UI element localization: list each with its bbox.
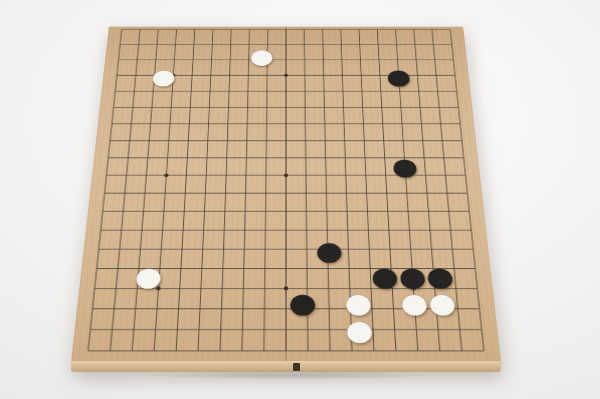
stone-black[interactable]: ● — [425, 263, 455, 289]
stone-black[interactable]: ● — [370, 263, 399, 289]
stone-black[interactable]: ● — [398, 263, 427, 289]
stone-white[interactable]: ● — [134, 263, 163, 289]
stone-black[interactable]: ● — [386, 67, 412, 88]
photo-backdrop: ●●●●●●●●●●●●●● — [0, 0, 600, 399]
board-shadow — [80, 368, 500, 382]
stone-black[interactable]: ● — [315, 238, 343, 263]
go-board: ●●●●●●●●●●●●●● — [0, 0, 600, 399]
stones-layer: ●●●●●●●●●●●●●● — [76, 22, 496, 361]
stone-white[interactable]: ● — [150, 67, 176, 88]
stone-white[interactable]: ● — [399, 290, 429, 317]
stone-white[interactable]: ● — [249, 47, 273, 67]
board-surface[interactable]: ●●●●●●●●●●●●●● — [71, 27, 501, 362]
stone-black[interactable]: ● — [391, 155, 418, 178]
stone-white[interactable]: ● — [427, 290, 457, 317]
stone-black[interactable]: ● — [289, 290, 317, 317]
stone-white[interactable]: ● — [344, 290, 373, 317]
stone-white[interactable]: ● — [345, 316, 374, 344]
